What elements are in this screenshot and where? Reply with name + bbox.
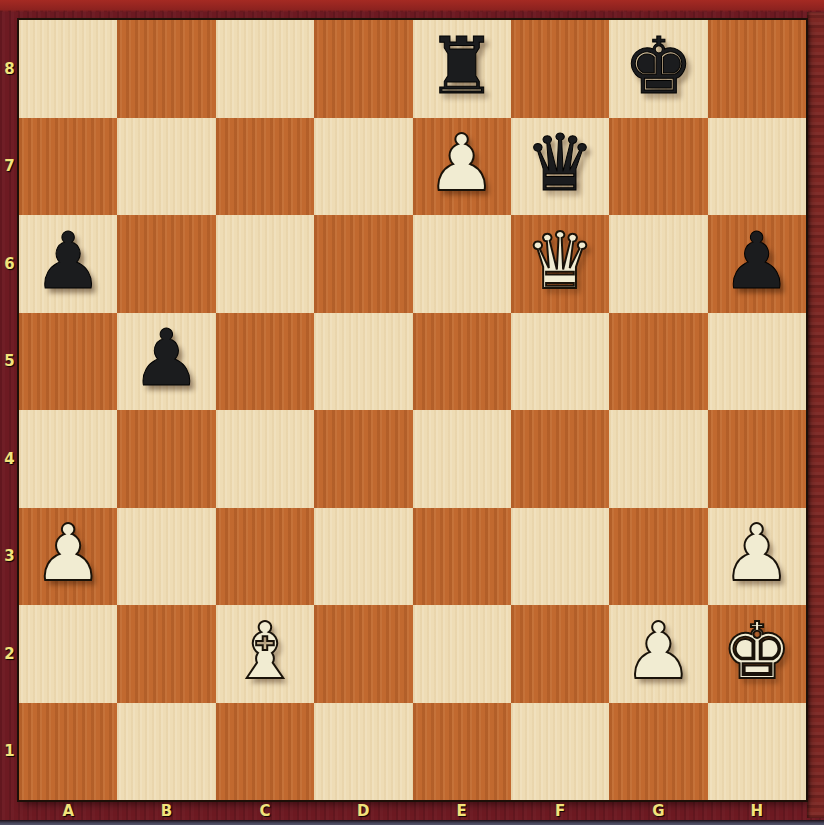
square-c4[interactable]: [216, 410, 314, 508]
square-d4[interactable]: [314, 410, 412, 508]
square-c2[interactable]: ♝: [216, 605, 314, 703]
frame-right-edge: [807, 12, 824, 818]
square-a4[interactable]: [19, 410, 117, 508]
piece-black-pawn-h6[interactable]: ♟: [722, 222, 792, 300]
square-g3[interactable]: [609, 508, 707, 606]
rank-labels: 87654321: [0, 20, 19, 800]
square-a8[interactable]: [19, 20, 117, 118]
square-a6[interactable]: ♟: [19, 215, 117, 313]
piece-black-rook-e8[interactable]: ♜: [427, 27, 497, 105]
square-c3[interactable]: [216, 508, 314, 606]
piece-black-queen-f7[interactable]: ♛: [525, 124, 595, 202]
rank-label-6: 6: [0, 215, 19, 313]
rank-label-5: 5: [0, 313, 19, 411]
square-c7[interactable]: [216, 118, 314, 216]
piece-white-king-h2[interactable]: ♚: [722, 612, 792, 690]
square-f1[interactable]: [511, 703, 609, 801]
square-f5[interactable]: [511, 313, 609, 411]
square-g6[interactable]: [609, 215, 707, 313]
square-a3[interactable]: ♟: [19, 508, 117, 606]
file-label-b: B: [117, 800, 215, 821]
file-label-h: H: [708, 800, 806, 821]
square-h8[interactable]: [708, 20, 806, 118]
square-g2[interactable]: ♟: [609, 605, 707, 703]
square-c8[interactable]: [216, 20, 314, 118]
square-e1[interactable]: [413, 703, 511, 801]
rank-label-3: 3: [0, 508, 19, 606]
square-h1[interactable]: [708, 703, 806, 801]
square-b1[interactable]: [117, 703, 215, 801]
square-e2[interactable]: [413, 605, 511, 703]
file-label-g: G: [609, 800, 707, 821]
square-e7[interactable]: ♟: [413, 118, 511, 216]
piece-white-pawn-e7[interactable]: ♟: [427, 124, 497, 202]
piece-black-king-g8[interactable]: ♚: [623, 27, 693, 105]
square-b5[interactable]: ♟: [117, 313, 215, 411]
square-e4[interactable]: [413, 410, 511, 508]
piece-white-queen-f6[interactable]: ♛: [525, 222, 595, 300]
square-h4[interactable]: [708, 410, 806, 508]
square-c5[interactable]: [216, 313, 314, 411]
square-d3[interactable]: [314, 508, 412, 606]
piece-black-pawn-b5[interactable]: ♟: [132, 319, 202, 397]
square-b2[interactable]: [117, 605, 215, 703]
square-g7[interactable]: [609, 118, 707, 216]
square-a7[interactable]: [19, 118, 117, 216]
piece-white-pawn-h3[interactable]: ♟: [722, 514, 792, 592]
square-f7[interactable]: ♛: [511, 118, 609, 216]
square-b6[interactable]: [117, 215, 215, 313]
square-d8[interactable]: [314, 20, 412, 118]
file-labels: ABCDEFGH: [19, 800, 806, 821]
square-f6[interactable]: ♛: [511, 215, 609, 313]
square-h3[interactable]: ♟: [708, 508, 806, 606]
square-a2[interactable]: [19, 605, 117, 703]
square-d7[interactable]: [314, 118, 412, 216]
square-b8[interactable]: [117, 20, 215, 118]
file-label-a: A: [19, 800, 117, 821]
square-e5[interactable]: [413, 313, 511, 411]
frame-top-edge: [0, 0, 824, 12]
square-a1[interactable]: [19, 703, 117, 801]
square-h6[interactable]: ♟: [708, 215, 806, 313]
square-d2[interactable]: [314, 605, 412, 703]
square-g5[interactable]: [609, 313, 707, 411]
file-label-e: E: [413, 800, 511, 821]
chess-board: ♜♚♟♛♟♛♟♟♟♟♝♟♚: [19, 20, 806, 800]
square-d5[interactable]: [314, 313, 412, 411]
file-label-c: C: [216, 800, 314, 821]
piece-white-pawn-g2[interactable]: ♟: [623, 612, 693, 690]
rank-label-7: 7: [0, 118, 19, 216]
square-d6[interactable]: [314, 215, 412, 313]
square-g4[interactable]: [609, 410, 707, 508]
square-b7[interactable]: [117, 118, 215, 216]
square-f8[interactable]: [511, 20, 609, 118]
rank-label-1: 1: [0, 703, 19, 801]
square-e3[interactable]: [413, 508, 511, 606]
square-e8[interactable]: ♜: [413, 20, 511, 118]
piece-white-bishop-c2[interactable]: ♝: [230, 612, 300, 690]
file-label-f: F: [511, 800, 609, 821]
square-a5[interactable]: [19, 313, 117, 411]
square-b3[interactable]: [117, 508, 215, 606]
piece-white-pawn-a3[interactable]: ♟: [33, 514, 103, 592]
square-e6[interactable]: [413, 215, 511, 313]
square-f3[interactable]: [511, 508, 609, 606]
square-f2[interactable]: [511, 605, 609, 703]
square-c6[interactable]: [216, 215, 314, 313]
square-f4[interactable]: [511, 410, 609, 508]
rank-label-4: 4: [0, 410, 19, 508]
square-c1[interactable]: [216, 703, 314, 801]
square-h5[interactable]: [708, 313, 806, 411]
piece-black-pawn-a6[interactable]: ♟: [33, 222, 103, 300]
rank-label-8: 8: [0, 20, 19, 118]
square-h2[interactable]: ♚: [708, 605, 806, 703]
square-b4[interactable]: [117, 410, 215, 508]
square-g1[interactable]: [609, 703, 707, 801]
square-h7[interactable]: [708, 118, 806, 216]
square-d1[interactable]: [314, 703, 412, 801]
board-frame: ♜♚♟♛♟♛♟♟♟♟♝♟♚ 87654321 ABCDEFGH: [0, 0, 824, 825]
rank-label-2: 2: [0, 605, 19, 703]
file-label-d: D: [314, 800, 412, 821]
square-g8[interactable]: ♚: [609, 20, 707, 118]
